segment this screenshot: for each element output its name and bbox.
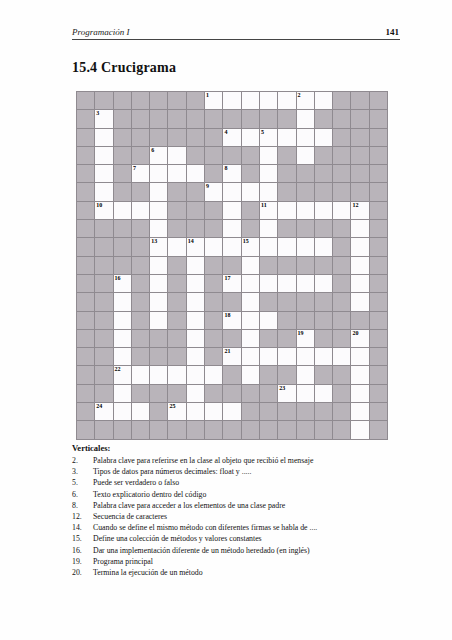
- open-cell[interactable]: [95, 147, 112, 164]
- open-cell[interactable]: [278, 129, 295, 146]
- open-cell[interactable]: [205, 238, 222, 255]
- blocked-cell: [187, 92, 204, 109]
- blocked-cell: [168, 312, 185, 329]
- open-cell[interactable]: 16: [114, 275, 131, 292]
- blocked-cell: [260, 330, 277, 347]
- open-cell[interactable]: [242, 92, 259, 109]
- blocked-cell: [242, 202, 259, 219]
- blocked-cell: [370, 312, 387, 329]
- clue-item-text: Puede ser verdadero o falso: [93, 477, 179, 488]
- blocked-cell: [150, 110, 167, 127]
- open-cell[interactable]: [278, 202, 295, 219]
- clue-item: 19.Programa principal: [72, 556, 412, 567]
- open-cell[interactable]: 13: [150, 238, 167, 255]
- blocked-cell: [333, 312, 350, 329]
- blocked-cell: [132, 129, 149, 146]
- clue-number: 19: [298, 330, 304, 337]
- open-cell[interactable]: [315, 92, 332, 109]
- blocked-cell: [150, 348, 167, 365]
- open-cell[interactable]: [278, 92, 295, 109]
- open-cell[interactable]: [223, 92, 240, 109]
- open-cell[interactable]: [315, 238, 332, 255]
- open-cell[interactable]: [260, 183, 277, 200]
- open-cell[interactable]: [114, 348, 131, 365]
- blocked-cell: [187, 147, 204, 164]
- open-cell[interactable]: [242, 257, 259, 274]
- blocked-cell: [278, 110, 295, 127]
- open-cell[interactable]: [150, 257, 167, 274]
- open-cell[interactable]: [95, 129, 112, 146]
- blocked-cell: [242, 421, 259, 438]
- blocked-cell: [315, 220, 332, 237]
- open-cell[interactable]: 20: [351, 330, 368, 347]
- blocked-cell: [370, 293, 387, 310]
- clue-number: 4: [224, 129, 227, 136]
- blocked-cell: [132, 348, 149, 365]
- blocked-cell: [278, 257, 295, 274]
- clue-item-number: 16.: [72, 545, 93, 556]
- blocked-cell: [370, 257, 387, 274]
- open-cell[interactable]: [242, 330, 259, 347]
- open-cell[interactable]: [297, 385, 314, 402]
- clues-heading: Verticales:: [72, 443, 412, 453]
- blocked-cell: [333, 92, 350, 109]
- clue-item-text: Cuando se define el mismo método con dif…: [93, 522, 317, 533]
- open-cell[interactable]: [297, 129, 314, 146]
- blocked-cell: [370, 183, 387, 200]
- blocked-cell: [77, 257, 94, 274]
- clue-item-text: Dar una implementación diferente de un m…: [93, 545, 310, 556]
- blocked-cell: [205, 421, 222, 438]
- open-cell[interactable]: [114, 330, 131, 347]
- open-cell[interactable]: [223, 238, 240, 255]
- open-cell[interactable]: [223, 403, 240, 420]
- clue-number: 9: [206, 183, 209, 190]
- clue-number: 12: [352, 202, 358, 209]
- blocked-cell: [77, 293, 94, 310]
- clue-number: 22: [115, 366, 121, 373]
- blocked-cell: [223, 366, 240, 383]
- blocked-cell: [260, 293, 277, 310]
- clue-number: 2: [298, 92, 301, 99]
- open-cell[interactable]: [242, 275, 259, 292]
- open-cell[interactable]: [150, 312, 167, 329]
- blocked-cell: [132, 293, 149, 310]
- open-cell[interactable]: [351, 348, 368, 365]
- open-cell[interactable]: [242, 293, 259, 310]
- open-cell[interactable]: [150, 293, 167, 310]
- blocked-cell: [77, 92, 94, 109]
- open-cell[interactable]: [205, 366, 222, 383]
- blocked-cell: [205, 348, 222, 365]
- blocked-cell: [223, 421, 240, 438]
- blocked-cell: [315, 330, 332, 347]
- blocked-cell: [315, 183, 332, 200]
- open-cell[interactable]: [187, 257, 204, 274]
- open-cell[interactable]: [351, 257, 368, 274]
- open-cell[interactable]: [187, 348, 204, 365]
- blocked-cell: [315, 257, 332, 274]
- open-cell[interactable]: [205, 403, 222, 420]
- blocked-cell: [168, 421, 185, 438]
- blocked-cell: [187, 183, 204, 200]
- open-cell[interactable]: [297, 275, 314, 292]
- open-cell[interactable]: [315, 348, 332, 365]
- clue-item-number: 12.: [72, 511, 93, 522]
- open-cell[interactable]: [260, 92, 277, 109]
- open-cell[interactable]: [351, 421, 368, 438]
- blocked-cell: [150, 330, 167, 347]
- open-cell[interactable]: [260, 348, 277, 365]
- blocked-cell: [77, 348, 94, 365]
- open-cell[interactable]: 12: [351, 202, 368, 219]
- blocked-cell: [205, 129, 222, 146]
- blocked-cell: [242, 403, 259, 420]
- clue-item-text: Palabra clave para referirse en la clase…: [93, 455, 313, 466]
- open-cell[interactable]: [150, 366, 167, 383]
- blocked-cell: [95, 385, 112, 402]
- blocked-cell: [333, 403, 350, 420]
- open-cell[interactable]: [132, 202, 149, 219]
- open-cell[interactable]: [297, 366, 314, 383]
- open-cell[interactable]: [114, 293, 131, 310]
- blocked-cell: [150, 129, 167, 146]
- open-cell[interactable]: [351, 293, 368, 310]
- open-cell[interactable]: [168, 165, 185, 182]
- blocked-cell: [168, 275, 185, 292]
- blocked-cell: [205, 330, 222, 347]
- header-page-number: 141: [386, 27, 400, 37]
- open-cell[interactable]: [187, 366, 204, 383]
- blocked-cell: [205, 257, 222, 274]
- open-cell[interactable]: [315, 385, 332, 402]
- blocked-cell: [315, 366, 332, 383]
- open-cell[interactable]: [297, 238, 314, 255]
- open-cell[interactable]: [333, 202, 350, 219]
- open-cell[interactable]: 1: [205, 92, 222, 109]
- blocked-cell: [95, 348, 112, 365]
- open-cell[interactable]: 3: [95, 110, 112, 127]
- blocked-cell: [187, 202, 204, 219]
- open-cell[interactable]: 25: [168, 403, 185, 420]
- blocked-cell: [315, 110, 332, 127]
- clue-item-text: Define una colección de métodos y valore…: [93, 533, 262, 544]
- open-cell[interactable]: 22: [114, 366, 131, 383]
- blocked-cell: [370, 421, 387, 438]
- open-cell[interactable]: [187, 385, 204, 402]
- clue-item: 6.Texto explicatorio dentro del código: [72, 489, 412, 500]
- blocked-cell: [95, 238, 112, 255]
- clue-item-text: Texto explicatorio dentro del código: [93, 489, 206, 500]
- open-cell[interactable]: [351, 220, 368, 237]
- blocked-cell: [132, 147, 149, 164]
- blocked-cell: [333, 330, 350, 347]
- open-cell[interactable]: 9: [205, 183, 222, 200]
- open-cell[interactable]: [114, 312, 131, 329]
- blocked-cell: [223, 293, 240, 310]
- blocked-cell: [223, 147, 240, 164]
- open-cell[interactable]: [187, 403, 204, 420]
- blocked-cell: [333, 275, 350, 292]
- open-cell[interactable]: 24: [95, 403, 112, 420]
- blocked-cell: [132, 238, 149, 255]
- blocked-cell: [333, 366, 350, 383]
- blocked-cell: [95, 257, 112, 274]
- open-cell[interactable]: 19: [297, 330, 314, 347]
- open-cell[interactable]: [351, 385, 368, 402]
- blocked-cell: [370, 348, 387, 365]
- open-cell[interactable]: [315, 202, 332, 219]
- open-cell[interactable]: 18: [223, 312, 240, 329]
- open-cell[interactable]: [242, 348, 259, 365]
- blocked-cell: [351, 165, 368, 182]
- blocked-cell: [132, 92, 149, 109]
- open-cell[interactable]: [278, 348, 295, 365]
- open-cell[interactable]: [315, 275, 332, 292]
- clue-item: 15.Define una colección de métodos y val…: [72, 533, 412, 544]
- blocked-cell: [205, 202, 222, 219]
- clue-item: 16.Dar una implementación diferente de u…: [72, 545, 412, 556]
- open-cell[interactable]: [114, 403, 131, 420]
- open-cell[interactable]: [150, 183, 167, 200]
- open-cell[interactable]: [150, 220, 167, 237]
- open-cell[interactable]: [242, 129, 259, 146]
- open-cell[interactable]: [223, 183, 240, 200]
- blocked-cell: [333, 220, 350, 237]
- open-cell[interactable]: [351, 275, 368, 292]
- blocked-cell: [77, 330, 94, 347]
- open-cell[interactable]: [297, 110, 314, 127]
- clue-number: 20: [352, 330, 358, 337]
- section-title: 15.4 Crucigrama: [72, 60, 176, 76]
- open-cell[interactable]: 11: [260, 202, 277, 219]
- blocked-cell: [297, 165, 314, 182]
- clue-number: 17: [224, 275, 230, 282]
- blocked-cell: [333, 293, 350, 310]
- clue-list: 2.Palabra clave para referirse en la cla…: [72, 455, 412, 578]
- open-cell[interactable]: [187, 275, 204, 292]
- open-cell[interactable]: 14: [187, 238, 204, 255]
- blocked-cell: [297, 421, 314, 438]
- open-cell[interactable]: [187, 293, 204, 310]
- clue-number: 25: [169, 403, 175, 410]
- blocked-cell: [370, 147, 387, 164]
- open-cell[interactable]: 4: [223, 129, 240, 146]
- open-cell[interactable]: [168, 238, 185, 255]
- open-cell[interactable]: [351, 238, 368, 255]
- open-cell[interactable]: 15: [242, 238, 259, 255]
- blocked-cell: [242, 165, 259, 182]
- blocked-cell: [95, 275, 112, 292]
- open-cell[interactable]: [260, 238, 277, 255]
- clue-number: 6: [151, 147, 154, 154]
- clue-number: 15: [243, 238, 249, 245]
- blocked-cell: [168, 257, 185, 274]
- blocked-cell: [333, 147, 350, 164]
- open-cell[interactable]: [187, 312, 204, 329]
- open-cell[interactable]: [242, 312, 259, 329]
- blocked-cell: [95, 330, 112, 347]
- blocked-cell: [205, 110, 222, 127]
- blocked-cell: [132, 257, 149, 274]
- blocked-cell: [77, 165, 94, 182]
- open-cell[interactable]: [187, 330, 204, 347]
- open-cell[interactable]: [150, 202, 167, 219]
- blocked-cell: [77, 366, 94, 383]
- blocked-cell: [77, 129, 94, 146]
- clue-item-number: 5.: [72, 477, 93, 488]
- clue-item-text: Termina la ejecución de un método: [93, 567, 203, 578]
- blocked-cell: [77, 147, 94, 164]
- blocked-cell: [168, 202, 185, 219]
- blocked-cell: [333, 257, 350, 274]
- blocked-cell: [370, 366, 387, 383]
- open-cell[interactable]: [242, 366, 259, 383]
- open-cell[interactable]: [223, 202, 240, 219]
- open-cell[interactable]: [260, 220, 277, 237]
- clue-number: 10: [96, 202, 102, 209]
- open-cell[interactable]: [168, 366, 185, 383]
- open-cell[interactable]: [114, 385, 131, 402]
- open-cell[interactable]: [95, 183, 112, 200]
- open-cell[interactable]: [315, 129, 332, 146]
- blocked-cell: [205, 220, 222, 237]
- open-cell[interactable]: 5: [260, 129, 277, 146]
- blocked-cell: [260, 366, 277, 383]
- clue-number: 11: [261, 202, 267, 209]
- blocked-cell: [242, 220, 259, 237]
- open-cell[interactable]: 10: [95, 202, 112, 219]
- clue-item: 12.Secuencia de caracteres: [72, 511, 412, 522]
- blocked-cell: [205, 385, 222, 402]
- blocked-cell: [168, 110, 185, 127]
- open-cell[interactable]: [150, 165, 167, 182]
- open-cell[interactable]: [260, 165, 277, 182]
- clue-number: 16: [115, 275, 121, 282]
- blocked-cell: [95, 366, 112, 383]
- open-cell[interactable]: 6: [150, 147, 167, 164]
- blocked-cell: [114, 183, 131, 200]
- blocked-cell: [370, 220, 387, 237]
- clue-number: 3: [96, 110, 99, 117]
- blocked-cell: [351, 183, 368, 200]
- blocked-cell: [278, 421, 295, 438]
- open-cell[interactable]: 2: [297, 92, 314, 109]
- open-cell[interactable]: [168, 147, 185, 164]
- blocked-cell: [278, 183, 295, 200]
- clue-number: 1: [206, 92, 209, 99]
- blocked-cell: [315, 147, 332, 164]
- open-cell[interactable]: [223, 220, 240, 237]
- blocked-cell: [132, 110, 149, 127]
- clue-number: 18: [224, 312, 230, 319]
- open-cell[interactable]: [114, 202, 131, 219]
- blocked-cell: [351, 129, 368, 146]
- open-cell[interactable]: [187, 165, 204, 182]
- blocked-cell: [351, 147, 368, 164]
- blocked-cell: [223, 257, 240, 274]
- open-cell[interactable]: [297, 147, 314, 164]
- blocked-cell: [187, 421, 204, 438]
- blocked-cell: [370, 92, 387, 109]
- open-cell[interactable]: 8: [223, 165, 240, 182]
- clue-item-number: 3.: [72, 466, 93, 477]
- clue-item-text: Programa principal: [93, 556, 153, 567]
- blocked-cell: [297, 220, 314, 237]
- open-cell[interactable]: [351, 403, 368, 420]
- blocked-cell: [242, 147, 259, 164]
- blocked-cell: [95, 312, 112, 329]
- blocked-cell: [333, 238, 350, 255]
- blocked-cell: [278, 403, 295, 420]
- blocked-cell: [370, 275, 387, 292]
- blocked-cell: [114, 421, 131, 438]
- open-cell[interactable]: [297, 202, 314, 219]
- blocked-cell: [168, 385, 185, 402]
- open-cell[interactable]: [242, 183, 259, 200]
- blocked-cell: [77, 421, 94, 438]
- blocked-cell: [242, 110, 259, 127]
- open-cell[interactable]: [132, 403, 149, 420]
- blocked-cell: [77, 275, 94, 292]
- blocked-cell: [114, 220, 131, 237]
- open-cell[interactable]: 21: [223, 348, 240, 365]
- open-cell[interactable]: [260, 275, 277, 292]
- blocked-cell: [297, 183, 314, 200]
- blocked-cell: [168, 183, 185, 200]
- open-cell[interactable]: 17: [223, 275, 240, 292]
- open-cell[interactable]: 23: [278, 385, 295, 402]
- open-cell[interactable]: [278, 238, 295, 255]
- open-cell[interactable]: [95, 165, 112, 182]
- open-cell[interactable]: [297, 348, 314, 365]
- open-cell[interactable]: [351, 366, 368, 383]
- open-cell[interactable]: [333, 348, 350, 365]
- blocked-cell: [278, 220, 295, 237]
- clue-item: 20.Termina la ejecución de un método: [72, 567, 412, 578]
- clue-number: 5: [261, 129, 264, 136]
- clue-item-number: 8.: [72, 500, 93, 511]
- blocked-cell: [187, 110, 204, 127]
- open-cell[interactable]: 7: [132, 165, 149, 182]
- crossword-grid: 1234567891011121314151617181920212223242…: [76, 91, 388, 440]
- blocked-cell: [168, 293, 185, 310]
- blocked-cell: [77, 202, 94, 219]
- blocked-cell: [297, 312, 314, 329]
- blocked-cell: [278, 366, 295, 383]
- blocked-cell: [333, 129, 350, 146]
- open-cell[interactable]: [150, 275, 167, 292]
- blocked-cell: [168, 129, 185, 146]
- clue-item-number: 15.: [72, 533, 93, 544]
- blocked-cell: [95, 293, 112, 310]
- open-cell[interactable]: [132, 366, 149, 383]
- open-cell[interactable]: [278, 275, 295, 292]
- blocked-cell: [351, 110, 368, 127]
- blocked-cell: [205, 165, 222, 182]
- blocked-cell: [242, 385, 259, 402]
- clue-item: 2.Palabra clave para referirse en la cla…: [72, 455, 412, 466]
- open-cell[interactable]: [260, 312, 277, 329]
- blocked-cell: [370, 330, 387, 347]
- blocked-cell: [77, 403, 94, 420]
- blocked-cell: [297, 403, 314, 420]
- blocked-cell: [168, 330, 185, 347]
- blocked-cell: [260, 257, 277, 274]
- blocked-cell: [351, 92, 368, 109]
- open-cell[interactable]: [260, 147, 277, 164]
- blocked-cell: [223, 385, 240, 402]
